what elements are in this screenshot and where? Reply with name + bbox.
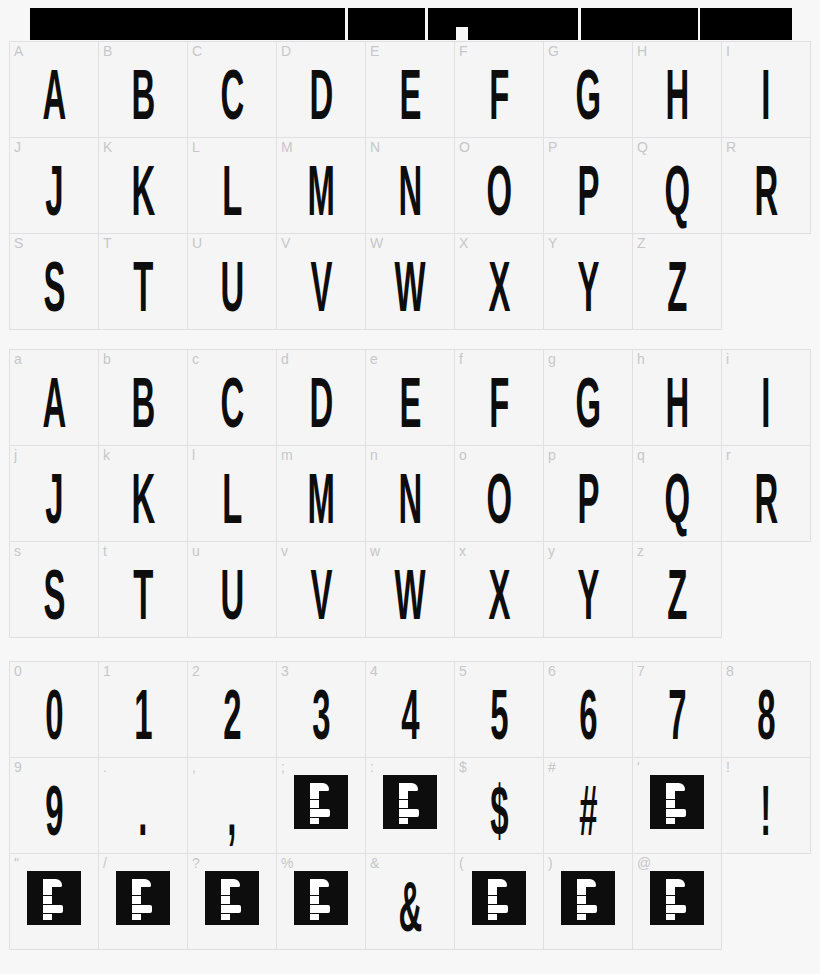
char-cell: TT — [99, 234, 187, 329]
char-glyph: . — [138, 775, 147, 849]
glyph-area: 1 — [99, 662, 187, 757]
notdef-pattern — [577, 914, 586, 920]
glyph-area: 6 — [544, 662, 632, 757]
char-cell: II — [722, 42, 810, 137]
banner-gap — [698, 8, 700, 40]
char-glyph: R — [754, 155, 778, 229]
glyph-area: A — [10, 350, 98, 445]
banner-gap — [345, 8, 348, 40]
banner-gap — [425, 8, 428, 40]
char-cell: 88 — [722, 662, 810, 757]
char-glyph: 8 — [757, 679, 775, 753]
banner-notch — [456, 27, 468, 40]
char-glyph: 5 — [490, 679, 508, 753]
glyph-area: # — [544, 758, 632, 853]
char-glyph: K — [131, 155, 155, 229]
glyph-grid-lowercase: aAbBcCdDeEfFgGhHiIjJkKlLmMnNoOpPqQrRsStT… — [9, 349, 811, 638]
char-glyph: J — [45, 463, 63, 537]
notdef-pattern — [132, 914, 141, 920]
glyph-area: 2 — [188, 662, 276, 757]
char-glyph: 4 — [401, 679, 419, 753]
glyph-area: Y — [544, 234, 632, 329]
char-cell: 66 — [544, 662, 632, 757]
char-glyph: V — [310, 559, 332, 633]
glyph-area: K — [99, 138, 187, 233]
glyph-area — [277, 854, 365, 949]
char-cell: 55 — [455, 662, 543, 757]
glyph-area: C — [188, 350, 276, 445]
glyph-area: U — [188, 234, 276, 329]
char-cell: oO — [455, 446, 543, 541]
notdef-pattern — [132, 896, 141, 904]
glyph-area: . — [99, 758, 187, 853]
char-glyph: 0 — [45, 679, 63, 753]
glyph-grid-numerals-punctuation: 00112233445566778899..,,;:$$##'!!"/?%&&(… — [9, 661, 811, 950]
char-cell: LL — [188, 138, 276, 233]
glyph-area — [188, 854, 276, 949]
notdef-pattern — [488, 914, 497, 920]
notdef-pattern — [310, 879, 319, 895]
char-glyph: F — [489, 367, 509, 441]
char-glyph: I — [761, 59, 770, 133]
glyph-area: X — [455, 234, 543, 329]
char-cell: CC — [188, 42, 276, 137]
char-cell: fF — [455, 350, 543, 445]
glyph-area: 9 — [10, 758, 98, 853]
char-glyph: G — [575, 367, 601, 441]
char-cell: 33 — [277, 662, 365, 757]
glyph-area: ! — [722, 758, 810, 853]
glyph-area — [366, 758, 454, 853]
char-cell: vV — [277, 542, 365, 637]
char-glyph: B — [131, 367, 155, 441]
notdef-pattern — [399, 809, 419, 817]
char-cell: / — [99, 854, 187, 949]
char-cell: ) — [544, 854, 632, 949]
missing-glyph-box — [294, 775, 348, 829]
char-cell: SS — [10, 234, 98, 329]
char-glyph: O — [486, 463, 512, 537]
char-cell: UU — [188, 234, 276, 329]
missing-glyph-box — [294, 871, 348, 925]
char-glyph: X — [488, 559, 510, 633]
glyph-area: B — [99, 350, 187, 445]
char-cell: AA — [10, 42, 98, 137]
glyph-area: L — [188, 446, 276, 541]
notdef-pattern — [310, 914, 319, 920]
notdef-pattern — [488, 879, 497, 895]
glyph-area: 3 — [277, 662, 365, 757]
char-cell: gG — [544, 350, 632, 445]
glyph-area: J — [10, 138, 98, 233]
glyph-area: T — [99, 234, 187, 329]
notdef-pattern — [666, 905, 686, 913]
grid-rows-1-2: 00112233445566778899..,,;:$$##'!! — [9, 661, 811, 854]
char-glyph: I — [761, 367, 770, 441]
char-cell: PP — [544, 138, 632, 233]
char-glyph: W — [394, 251, 425, 325]
missing-glyph-box — [205, 871, 259, 925]
glyph-area: U — [188, 542, 276, 637]
char-cell: WW — [366, 234, 454, 329]
glyph-area — [633, 758, 721, 853]
glyph-area: O — [455, 446, 543, 541]
notdef-pattern — [577, 905, 597, 913]
glyph-area: F — [455, 350, 543, 445]
char-glyph: A — [42, 59, 66, 133]
char-cell: ? — [188, 854, 276, 949]
glyph-area: V — [277, 542, 365, 637]
char-cell: pP — [544, 446, 632, 541]
notdef-pattern — [43, 905, 63, 913]
notdef-pattern — [399, 800, 408, 808]
char-glyph: N — [398, 463, 422, 537]
glyph-area: X — [455, 542, 543, 637]
char-glyph: H — [665, 367, 689, 441]
char-cell: 00 — [10, 662, 98, 757]
glyph-area: D — [277, 42, 365, 137]
char-glyph: Z — [667, 559, 687, 633]
char-cell: " — [10, 854, 98, 949]
glyph-area: I — [722, 350, 810, 445]
char-cell: lL — [188, 446, 276, 541]
glyph-area: S — [10, 234, 98, 329]
notdef-pattern — [221, 914, 230, 920]
glyph-area — [277, 758, 365, 853]
notdef-pattern — [310, 818, 319, 824]
glyph-area: 0 — [10, 662, 98, 757]
grid-row-3: sStTuUvVwWxXyYzZ — [9, 541, 722, 638]
char-cell: XX — [455, 234, 543, 329]
char-glyph: K — [131, 463, 155, 537]
char-cell: 11 — [99, 662, 187, 757]
char-glyph: N — [398, 155, 422, 229]
top-banner — [30, 8, 792, 40]
notdef-pattern — [310, 896, 319, 904]
notdef-pattern — [221, 896, 230, 904]
char-cell: xX — [455, 542, 543, 637]
notdef-pattern — [221, 879, 230, 895]
char-glyph: Y — [577, 559, 599, 633]
char-glyph: , — [227, 775, 236, 849]
char-glyph: E — [399, 59, 421, 133]
char-cell: !! — [722, 758, 810, 853]
glyph-area: O — [455, 138, 543, 233]
glyph-area: E — [366, 350, 454, 445]
char-cell: VV — [277, 234, 365, 329]
missing-glyph-box — [561, 871, 615, 925]
notdef-pattern — [666, 809, 686, 817]
glyph-area: $ — [455, 758, 543, 853]
char-cell: KK — [99, 138, 187, 233]
char-cell: uU — [188, 542, 276, 637]
char-cell: ## — [544, 758, 632, 853]
glyph-area: S — [10, 542, 98, 637]
char-cell: aA — [10, 350, 98, 445]
char-cell: kK — [99, 446, 187, 541]
char-glyph: P — [577, 155, 599, 229]
glyph-area: Z — [633, 542, 721, 637]
char-glyph: T — [133, 559, 153, 633]
char-cell: : — [366, 758, 454, 853]
char-cell: HH — [633, 42, 721, 137]
char-cell: tT — [99, 542, 187, 637]
char-glyph: T — [133, 251, 153, 325]
char-cell: GG — [544, 42, 632, 137]
banner-gap — [578, 8, 581, 40]
notdef-pattern — [577, 896, 586, 904]
glyph-area — [544, 854, 632, 949]
char-cell: && — [366, 854, 454, 949]
glyph-area: N — [366, 138, 454, 233]
glyph-area: R — [722, 446, 810, 541]
char-glyph: Z — [667, 251, 687, 325]
missing-glyph-box — [472, 871, 526, 925]
char-glyph: J — [45, 155, 63, 229]
char-glyph: C — [220, 59, 244, 133]
char-cell: sS — [10, 542, 98, 637]
missing-glyph-box — [650, 871, 704, 925]
glyph-area: J — [10, 446, 98, 541]
glyph-area: 5 — [455, 662, 543, 757]
char-glyph: O — [486, 155, 512, 229]
glyph-area: C — [188, 42, 276, 137]
char-glyph: M — [307, 155, 334, 229]
glyph-area: N — [366, 446, 454, 541]
glyph-area: , — [188, 758, 276, 853]
char-glyph: 3 — [312, 679, 330, 753]
char-cell: nN — [366, 446, 454, 541]
glyph-area: R — [722, 138, 810, 233]
glyph-grid-uppercase: AABBCCDDEEFFGGHHIIJJKKLLMMNNOOPPQQRRSSTT… — [9, 41, 811, 330]
notdef-pattern — [310, 800, 319, 808]
char-glyph: D — [309, 59, 333, 133]
char-cell: 99 — [10, 758, 98, 853]
char-cell: rR — [722, 446, 810, 541]
char-cell: ( — [455, 854, 543, 949]
notdef-pattern — [399, 783, 408, 799]
glyph-area — [99, 854, 187, 949]
char-glyph: B — [131, 59, 155, 133]
char-cell: 77 — [633, 662, 721, 757]
char-cell: zZ — [633, 542, 721, 637]
char-cell: mM — [277, 446, 365, 541]
notdef-pattern — [310, 783, 319, 799]
char-glyph: Q — [664, 463, 690, 537]
glyph-area: V — [277, 234, 365, 329]
notdef-pattern — [310, 905, 330, 913]
notdef-pattern — [132, 879, 141, 895]
char-cell: MM — [277, 138, 365, 233]
glyph-area: H — [633, 350, 721, 445]
char-glyph: V — [310, 251, 332, 325]
char-cell: NN — [366, 138, 454, 233]
glyph-area: M — [277, 446, 365, 541]
char-glyph: H — [665, 59, 689, 133]
char-glyph: L — [222, 155, 242, 229]
char-cell: EE — [366, 42, 454, 137]
glyph-area: Q — [633, 138, 721, 233]
glyph-area: 8 — [722, 662, 810, 757]
grid-rows-1-2: AABBCCDDEEFFGGHHIIJJKKLLMMNNOOPPQQRR — [9, 41, 811, 234]
char-glyph: D — [309, 367, 333, 441]
glyph-area: 4 — [366, 662, 454, 757]
char-cell: yY — [544, 542, 632, 637]
char-cell: jJ — [10, 446, 98, 541]
char-cell: eE — [366, 350, 454, 445]
glyph-area — [10, 854, 98, 949]
glyph-area: L — [188, 138, 276, 233]
notdef-pattern — [666, 818, 675, 824]
glyph-area: Z — [633, 234, 721, 329]
notdef-pattern — [43, 896, 52, 904]
char-glyph: S — [43, 559, 65, 633]
char-glyph: M — [307, 463, 334, 537]
glyph-area: B — [99, 42, 187, 137]
char-cell: $$ — [455, 758, 543, 853]
char-cell: DD — [277, 42, 365, 137]
char-cell: iI — [722, 350, 810, 445]
glyph-area: 7 — [633, 662, 721, 757]
char-glyph: 7 — [668, 679, 686, 753]
char-cell: hH — [633, 350, 721, 445]
glyph-area: W — [366, 542, 454, 637]
char-cell: YY — [544, 234, 632, 329]
charmap-page: AABBCCDDEEFFGGHHIIJJKKLLMMNNOOPPQQRRSSTT… — [0, 0, 820, 974]
glyph-area: H — [633, 42, 721, 137]
char-glyph: S — [43, 251, 65, 325]
char-glyph: X — [488, 251, 510, 325]
missing-glyph-box — [383, 775, 437, 829]
char-glyph: 2 — [223, 679, 241, 753]
glyph-area: K — [99, 446, 187, 541]
char-cell: cC — [188, 350, 276, 445]
glyph-area: G — [544, 350, 632, 445]
char-cell: @ — [633, 854, 721, 949]
char-glyph: U — [220, 251, 244, 325]
notdef-pattern — [488, 905, 508, 913]
notdef-pattern — [666, 914, 675, 920]
char-cell: dD — [277, 350, 365, 445]
char-cell: 22 — [188, 662, 276, 757]
missing-glyph-box — [27, 871, 81, 925]
char-cell: % — [277, 854, 365, 949]
glyph-area: W — [366, 234, 454, 329]
char-glyph: & — [398, 871, 422, 945]
glyph-area: D — [277, 350, 365, 445]
missing-glyph-box — [650, 775, 704, 829]
char-glyph: 1 — [134, 679, 152, 753]
glyph-area: A — [10, 42, 98, 137]
notdef-pattern — [43, 914, 52, 920]
notdef-pattern — [666, 879, 675, 895]
grid-row-3: SSTTUUVVWWXXYYZZ — [9, 233, 722, 330]
char-cell: bB — [99, 350, 187, 445]
char-cell: RR — [722, 138, 810, 233]
glyph-area: P — [544, 446, 632, 541]
char-glyph: F — [489, 59, 509, 133]
glyph-area: T — [99, 542, 187, 637]
grid-row-3: "/?%&&()@ — [9, 853, 722, 950]
glyph-area: M — [277, 138, 365, 233]
notdef-pattern — [132, 905, 152, 913]
glyph-area: G — [544, 42, 632, 137]
char-glyph: G — [575, 59, 601, 133]
char-cell: JJ — [10, 138, 98, 233]
glyph-area: E — [366, 42, 454, 137]
notdef-pattern — [310, 809, 330, 817]
char-glyph: A — [42, 367, 66, 441]
char-glyph: # — [579, 775, 597, 849]
char-glyph: Y — [577, 251, 599, 325]
char-cell: ,, — [188, 758, 276, 853]
char-glyph: Q — [664, 155, 690, 229]
char-cell: QQ — [633, 138, 721, 233]
char-glyph: W — [394, 559, 425, 633]
char-glyph: 6 — [579, 679, 597, 753]
char-glyph: ! — [761, 775, 772, 849]
char-glyph: E — [399, 367, 421, 441]
notdef-pattern — [666, 783, 675, 799]
notdef-pattern — [399, 818, 408, 824]
char-cell: ZZ — [633, 234, 721, 329]
notdef-pattern — [577, 879, 586, 895]
char-cell: OO — [455, 138, 543, 233]
glyph-area: I — [722, 42, 810, 137]
glyph-area: P — [544, 138, 632, 233]
char-glyph: R — [754, 463, 778, 537]
notdef-pattern — [221, 905, 241, 913]
char-cell: .. — [99, 758, 187, 853]
glyph-area: Q — [633, 446, 721, 541]
char-cell: BB — [99, 42, 187, 137]
char-cell: ; — [277, 758, 365, 853]
notdef-pattern — [488, 896, 497, 904]
glyph-area: Y — [544, 542, 632, 637]
char-glyph: $ — [490, 775, 508, 849]
char-glyph: U — [220, 559, 244, 633]
notdef-pattern — [666, 800, 675, 808]
notdef-pattern — [666, 896, 675, 904]
notdef-pattern — [43, 879, 52, 895]
missing-glyph-box — [116, 871, 170, 925]
char-glyph: 9 — [45, 775, 63, 849]
char-glyph: L — [222, 463, 242, 537]
char-glyph: C — [220, 367, 244, 441]
glyph-area: F — [455, 42, 543, 137]
char-cell: ' — [633, 758, 721, 853]
char-cell: FF — [455, 42, 543, 137]
grid-rows-1-2: aAbBcCdDeEfFgGhHiIjJkKlLmMnNoOpPqQrR — [9, 349, 811, 542]
glyph-area — [633, 854, 721, 949]
glyph-area — [455, 854, 543, 949]
char-glyph: P — [577, 463, 599, 537]
char-cell: wW — [366, 542, 454, 637]
char-cell: 44 — [366, 662, 454, 757]
char-cell: qQ — [633, 446, 721, 541]
glyph-area: & — [366, 854, 454, 949]
